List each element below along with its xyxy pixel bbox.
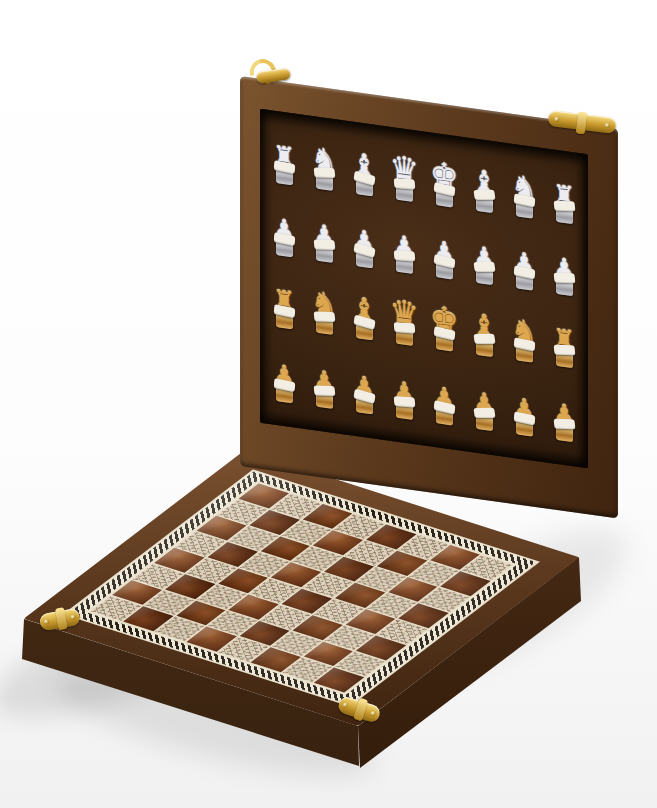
stored-piece-gold-rook-8: ♜ — [549, 325, 579, 369]
stored-piece-gold-pawn-4: ♟ — [389, 378, 419, 421]
stored-piece-gold-pawn-3: ♟ — [349, 372, 379, 415]
wrap-band — [553, 273, 575, 284]
stored-piece-gold-rook-1: ♜ — [269, 286, 299, 330]
wrap-band — [313, 385, 335, 396]
wrap-band — [553, 201, 575, 212]
lid-top-left-clasp — [246, 55, 296, 91]
stored-piece-silver-pawn-1: ♟ — [269, 215, 299, 258]
stored-piece-gold-pawn-8: ♟ — [549, 400, 579, 443]
wrap-band — [473, 190, 495, 200]
wrap-band — [553, 419, 575, 430]
stored-piece-gold-king-5: ♚ — [429, 301, 459, 352]
wrap-band — [393, 178, 415, 190]
stored-piece-silver-knight-2: ♞ — [309, 144, 339, 192]
wrap-band — [553, 345, 575, 356]
stored-piece-silver-rook-1: ♜ — [269, 142, 299, 186]
stored-piece-silver-pawn-8: ♟ — [549, 254, 579, 297]
stored-piece-silver-bishop-6: ♝ — [469, 166, 499, 214]
stored-piece-gold-knight-7: ♞ — [509, 315, 539, 363]
case-lid: ♜♞♝♛♚♝♞♜ ♟♟♟♟♟♟♟♟ ♜♞♝♛♚♝♞♜ ♟♟♟♟♟♟♟♟ — [240, 76, 618, 518]
photo-stage: ♜♞♝♛♚♝♞♜ ♟♟♟♟♟♟♟♟ ♜♞♝♛♚♝♞♜ ♟♟♟♟♟♟♟♟ — [0, 0, 657, 808]
wrap-band — [313, 311, 335, 322]
stored-piece-gold-knight-2: ♞ — [309, 288, 339, 336]
wrap-band — [313, 167, 335, 178]
wrap-band — [393, 396, 415, 408]
stored-piece-silver-pawn-5: ♟ — [429, 237, 459, 280]
stored-piece-silver-bishop-3: ♝ — [349, 149, 379, 197]
stored-piece-silver-rook-8: ♜ — [549, 181, 579, 225]
stored-piece-gold-pawn-7: ♟ — [509, 394, 539, 437]
stored-piece-gold-queen-4: ♛ — [389, 295, 419, 347]
lid-velvet-interior: ♜♞♝♛♚♝♞♜ ♟♟♟♟♟♟♟♟ ♜♞♝♛♚♝♞♜ ♟♟♟♟♟♟♟♟ — [260, 109, 588, 469]
stored-piece-gold-pawn-1: ♟ — [269, 361, 299, 404]
stored-piece-gold-pawn-6: ♟ — [469, 389, 499, 432]
stored-piece-silver-knight-7: ♞ — [509, 171, 539, 219]
stored-piece-gold-bishop-6: ♝ — [469, 310, 499, 358]
stored-piece-gold-bishop-3: ♝ — [349, 293, 379, 341]
stored-piece-silver-pawn-4: ♟ — [389, 232, 419, 275]
wrap-band — [313, 239, 335, 250]
stored-piece-silver-pawn-2: ♟ — [309, 221, 339, 264]
stored-piece-gold-pawn-5: ♟ — [429, 383, 459, 426]
stored-piece-silver-pawn-7: ♟ — [509, 248, 539, 291]
wrap-band — [473, 408, 495, 418]
wrap-band — [473, 334, 495, 344]
wrap-band — [473, 262, 495, 272]
stored-piece-gold-pawn-2: ♟ — [309, 367, 339, 410]
wrap-band — [393, 250, 415, 262]
stored-piece-silver-queen-4: ♛ — [389, 151, 419, 203]
stored-piece-silver-pawn-3: ♟ — [349, 226, 379, 269]
stored-piece-silver-king-5: ♚ — [429, 157, 459, 208]
wrap-band — [393, 322, 415, 334]
stored-piece-silver-pawn-6: ♟ — [469, 243, 499, 286]
